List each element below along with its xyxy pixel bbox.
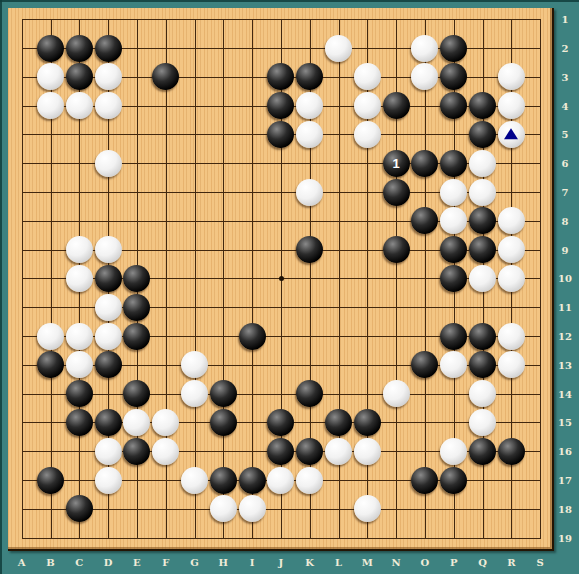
stone-white-P8 (440, 207, 467, 234)
go-board[interactable]: 1 (8, 8, 554, 551)
stone-black-J16 (267, 438, 294, 465)
grid-line-vertical (425, 19, 426, 538)
grid-line-horizontal (22, 394, 541, 395)
row-label-15: 15 (558, 417, 572, 428)
stone-black-E10 (123, 265, 150, 292)
stone-black-Q5 (469, 121, 496, 148)
stone-white-R5 (498, 121, 525, 148)
go-board-window: 1 ABCDEFGHIJKLMNOPQRS 123456789101112131… (0, 0, 579, 574)
stone-white-D16 (95, 438, 122, 465)
stone-black-P10 (440, 265, 467, 292)
stone-black-D2 (95, 35, 122, 62)
stone-white-M3 (354, 63, 381, 90)
row-label-18: 18 (558, 503, 572, 514)
column-label-I: I (250, 557, 255, 568)
stone-white-C10 (66, 265, 93, 292)
stone-black-P3 (440, 63, 467, 90)
stone-white-R10 (498, 265, 525, 292)
stone-black-O17 (411, 467, 438, 494)
column-label-F: F (162, 557, 169, 568)
stone-white-C12 (66, 323, 93, 350)
row-label-13: 13 (558, 359, 572, 370)
stone-white-G14 (181, 380, 208, 407)
row-label-4: 4 (562, 100, 569, 111)
stone-white-C9 (66, 236, 93, 263)
stone-white-B3 (37, 63, 64, 90)
column-label-N: N (392, 557, 401, 568)
stone-black-C18 (66, 495, 93, 522)
stone-white-G17 (181, 467, 208, 494)
stone-white-P16 (440, 438, 467, 465)
stone-white-D4 (95, 92, 122, 119)
stone-white-K4 (296, 92, 323, 119)
row-label-12: 12 (558, 331, 572, 342)
row-label-5: 5 (562, 129, 569, 140)
column-label-P: P (450, 557, 458, 568)
column-label-D: D (104, 557, 113, 568)
stone-black-P9 (440, 236, 467, 263)
stone-black-H14 (210, 380, 237, 407)
stone-black-Q12 (469, 323, 496, 350)
stone-black-N7 (383, 179, 410, 206)
stone-black-D10 (95, 265, 122, 292)
stone-white-K7 (296, 179, 323, 206)
stone-black-H15 (210, 409, 237, 436)
stone-black-N9 (383, 236, 410, 263)
stone-black-J5 (267, 121, 294, 148)
stone-white-P13 (440, 351, 467, 378)
column-label-E: E (133, 557, 141, 568)
column-label-C: C (75, 557, 83, 568)
stone-white-J17 (267, 467, 294, 494)
stone-black-N6: 1 (383, 150, 410, 177)
stone-black-E14 (123, 380, 150, 407)
row-label-1: 1 (562, 14, 569, 25)
grid-line-horizontal (22, 538, 541, 539)
stone-black-J15 (267, 409, 294, 436)
stone-white-D6 (95, 150, 122, 177)
stone-black-M15 (354, 409, 381, 436)
stone-white-F16 (152, 438, 179, 465)
stone-black-K14 (296, 380, 323, 407)
stone-black-K16 (296, 438, 323, 465)
stone-black-I12 (239, 323, 266, 350)
column-label-Q: Q (478, 557, 487, 568)
stone-white-P7 (440, 179, 467, 206)
stone-white-M4 (354, 92, 381, 119)
stone-white-R12 (498, 323, 525, 350)
stone-white-D3 (95, 63, 122, 90)
stone-white-R4 (498, 92, 525, 119)
stone-white-Q14 (469, 380, 496, 407)
stone-white-B4 (37, 92, 64, 119)
stone-white-C13 (66, 351, 93, 378)
column-label-S: S (536, 557, 543, 568)
column-label-L: L (335, 557, 342, 568)
stone-white-K17 (296, 467, 323, 494)
stone-white-Q10 (469, 265, 496, 292)
stone-black-H17 (210, 467, 237, 494)
stone-white-B12 (37, 323, 64, 350)
stone-black-R16 (498, 438, 525, 465)
stone-white-O2 (411, 35, 438, 62)
column-label-O: O (421, 557, 430, 568)
stone-white-H18 (210, 495, 237, 522)
row-label-8: 8 (562, 215, 569, 226)
stone-black-B17 (37, 467, 64, 494)
stone-white-G13 (181, 351, 208, 378)
stone-black-P2 (440, 35, 467, 62)
row-label-14: 14 (558, 388, 572, 399)
stone-black-Q16 (469, 438, 496, 465)
column-label-R: R (507, 557, 515, 568)
stone-black-P17 (440, 467, 467, 494)
stone-black-K9 (296, 236, 323, 263)
stone-black-O13 (411, 351, 438, 378)
stone-black-O6 (411, 150, 438, 177)
stone-white-I18 (239, 495, 266, 522)
move-number-label: 1 (383, 150, 410, 177)
column-label-G: G (190, 557, 199, 568)
stone-black-Q9 (469, 236, 496, 263)
stone-white-D17 (95, 467, 122, 494)
stone-white-D9 (95, 236, 122, 263)
stone-black-E16 (123, 438, 150, 465)
stone-black-K3 (296, 63, 323, 90)
stone-white-Q7 (469, 179, 496, 206)
stone-black-L15 (325, 409, 352, 436)
stone-black-Q13 (469, 351, 496, 378)
stone-white-D11 (95, 294, 122, 321)
column-label-K: K (305, 557, 314, 568)
stone-black-E12 (123, 323, 150, 350)
stone-black-O8 (411, 207, 438, 234)
stone-black-P6 (440, 150, 467, 177)
stone-black-F3 (152, 63, 179, 90)
stone-white-L2 (325, 35, 352, 62)
grid-line-vertical (540, 19, 541, 538)
stone-white-M18 (354, 495, 381, 522)
stone-black-D13 (95, 351, 122, 378)
row-label-2: 2 (562, 43, 569, 54)
triangle-marker-icon (504, 129, 518, 140)
row-label-6: 6 (562, 158, 569, 169)
stone-black-J3 (267, 63, 294, 90)
stone-black-D15 (95, 409, 122, 436)
stone-white-D12 (95, 323, 122, 350)
stone-white-Q6 (469, 150, 496, 177)
row-label-10: 10 (558, 273, 572, 284)
stone-black-J4 (267, 92, 294, 119)
stone-white-M16 (354, 438, 381, 465)
stone-white-F15 (152, 409, 179, 436)
stone-black-E11 (123, 294, 150, 321)
stone-white-R9 (498, 236, 525, 263)
stone-white-O3 (411, 63, 438, 90)
column-label-A: A (18, 557, 26, 568)
stone-white-N14 (383, 380, 410, 407)
row-label-17: 17 (558, 475, 572, 486)
stone-black-C15 (66, 409, 93, 436)
stone-black-C2 (66, 35, 93, 62)
star-point-J10 (279, 276, 284, 281)
stone-black-I17 (239, 467, 266, 494)
row-label-16: 16 (558, 446, 572, 457)
stone-black-C3 (66, 63, 93, 90)
row-label-7: 7 (562, 187, 569, 198)
row-label-19: 19 (558, 532, 572, 543)
column-label-M: M (362, 557, 373, 568)
grid-line-horizontal (22, 509, 541, 510)
stone-black-Q4 (469, 92, 496, 119)
row-label-3: 3 (562, 71, 569, 82)
column-label-B: B (46, 557, 54, 568)
stone-black-C14 (66, 380, 93, 407)
stone-black-N4 (383, 92, 410, 119)
stone-white-Q15 (469, 409, 496, 436)
stone-white-C4 (66, 92, 93, 119)
row-label-11: 11 (558, 302, 572, 313)
stone-white-R3 (498, 63, 525, 90)
column-label-H: H (219, 557, 228, 568)
stone-white-M5 (354, 121, 381, 148)
stone-black-B2 (37, 35, 64, 62)
stone-white-L16 (325, 438, 352, 465)
column-label-J: J (279, 557, 284, 568)
stone-white-R13 (498, 351, 525, 378)
stone-black-B13 (37, 351, 64, 378)
row-label-9: 9 (562, 244, 569, 255)
stone-black-P12 (440, 323, 467, 350)
stone-white-E15 (123, 409, 150, 436)
stone-black-P4 (440, 92, 467, 119)
stone-white-R8 (498, 207, 525, 234)
stone-black-Q8 (469, 207, 496, 234)
stone-white-K5 (296, 121, 323, 148)
